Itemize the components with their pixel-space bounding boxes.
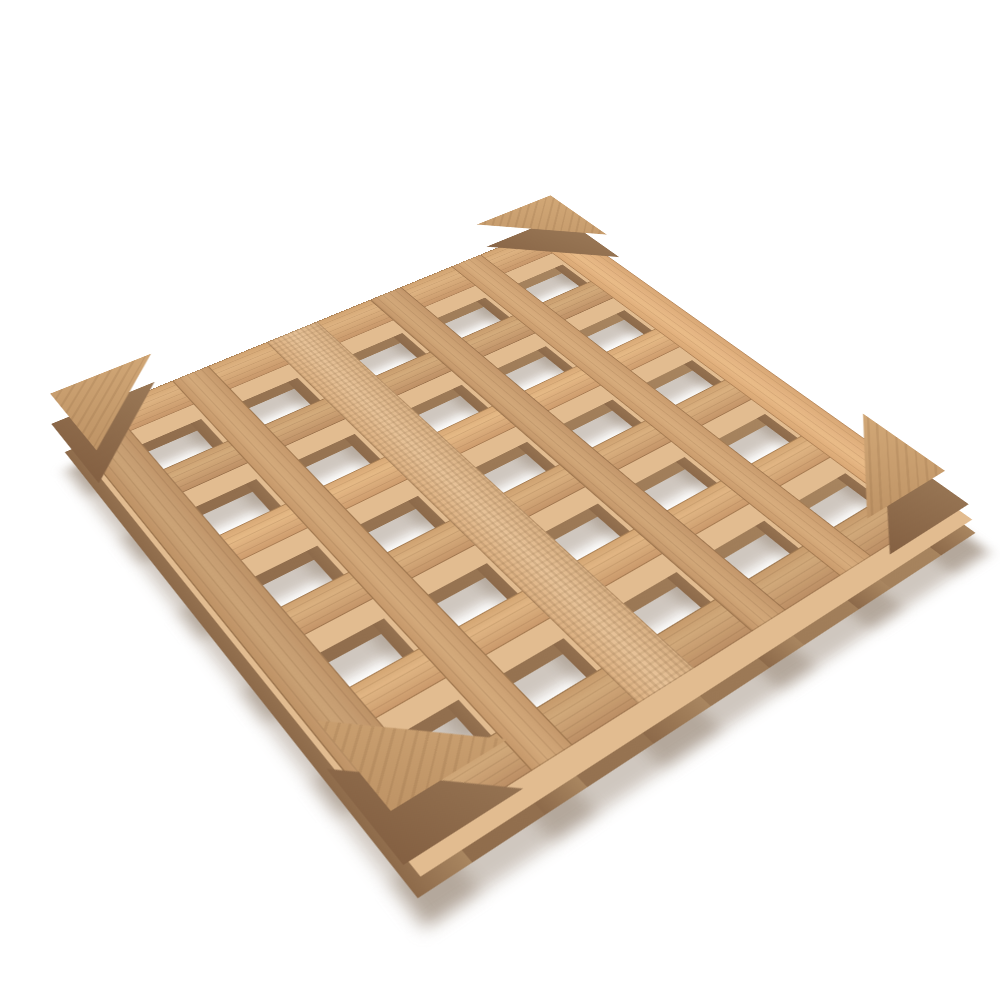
trivet-board — [64, 222, 955, 850]
product-photo-stage — [0, 0, 1000, 1000]
